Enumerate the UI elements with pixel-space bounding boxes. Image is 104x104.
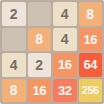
tile-256: 256 xyxy=(79,79,103,103)
tile-2: 2 xyxy=(2,2,26,26)
2048-board[interactable]: 248841642166481632256 xyxy=(0,0,104,104)
tile-4: 4 xyxy=(53,2,77,26)
tile-4: 4 xyxy=(53,28,77,52)
empty-cell xyxy=(2,28,26,52)
empty-cell xyxy=(28,2,52,26)
tile-32: 32 xyxy=(53,79,77,103)
tile-8: 8 xyxy=(79,2,103,26)
tile-2: 2 xyxy=(28,53,52,77)
tile-4: 4 xyxy=(2,53,26,77)
tile-16: 16 xyxy=(79,28,103,52)
tile-8: 8 xyxy=(2,79,26,103)
tile-16: 16 xyxy=(53,53,77,77)
tile-64: 64 xyxy=(79,53,103,77)
tile-16: 16 xyxy=(28,79,52,103)
tile-8: 8 xyxy=(28,28,52,52)
